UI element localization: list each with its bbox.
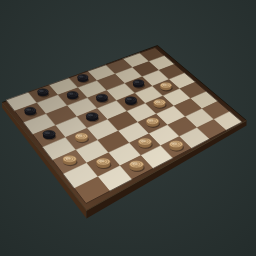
- black-piece[interactable]: [78, 75, 89, 83]
- white-piece[interactable]: [75, 133, 89, 143]
- black-piece[interactable]: [96, 94, 108, 103]
- white-piece[interactable]: [96, 158, 111, 169]
- white-piece[interactable]: [160, 82, 172, 91]
- white-piece[interactable]: [63, 156, 78, 167]
- black-piece[interactable]: [43, 130, 56, 140]
- checkers-3d-board-view: [0, 0, 256, 256]
- white-piece[interactable]: [169, 141, 184, 152]
- white-piece[interactable]: [154, 99, 167, 108]
- white-piece[interactable]: [146, 118, 160, 128]
- scene: [0, 0, 256, 256]
- black-piece[interactable]: [38, 89, 50, 98]
- black-piece[interactable]: [25, 107, 37, 116]
- black-piece[interactable]: [133, 80, 145, 89]
- white-piece[interactable]: [129, 161, 144, 172]
- black-piece[interactable]: [86, 113, 99, 123]
- black-piece[interactable]: [125, 97, 138, 106]
- black-piece[interactable]: [67, 91, 79, 100]
- white-piece[interactable]: [138, 138, 152, 149]
